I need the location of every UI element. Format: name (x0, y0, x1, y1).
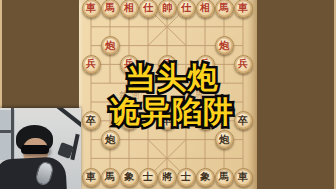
piece-black-rook[interactable]: 車 (234, 168, 253, 187)
piece-red-rook[interactable]: 車 (82, 0, 101, 18)
piece-black-cannon[interactable]: 炮 (215, 130, 234, 149)
webcam-window-frame-vertical (11, 108, 14, 166)
board-intersection (139, 36, 158, 55)
webcam-window-frame-horizontal (0, 130, 14, 133)
board-intersection (234, 149, 253, 168)
board-intersection: 馬 (101, 168, 120, 187)
piece-black-general[interactable]: 將 (158, 168, 177, 187)
board-intersection (82, 36, 101, 55)
board-intersection (196, 149, 215, 168)
board-intersection (196, 36, 215, 55)
board-intersection (158, 36, 177, 55)
piece-red-elephant[interactable]: 相 (196, 0, 215, 18)
video-frame: 楚河 汉界 車馬相仕帥仕相馬車炮炮兵兵兵兵兵卒卒卒卒卒炮炮車馬象士將士象馬車 当… (0, 0, 336, 189)
board-intersection: 相 (120, 0, 139, 17)
board-intersection: 炮 (215, 130, 234, 149)
board-intersection: 象 (120, 168, 139, 187)
mic-arm-upper (55, 108, 81, 128)
board-intersection (177, 17, 196, 36)
piece-black-horse[interactable]: 馬 (215, 168, 234, 187)
board-intersection: 士 (177, 168, 196, 187)
board-intersection: 象 (196, 168, 215, 187)
board-intersection (177, 36, 196, 55)
board-intersection (139, 130, 158, 149)
piece-red-horse[interactable]: 馬 (215, 0, 234, 18)
board-intersection (234, 17, 253, 36)
piece-red-elephant[interactable]: 相 (120, 0, 139, 18)
board-intersection (158, 130, 177, 149)
piece-black-horse[interactable]: 馬 (101, 168, 120, 187)
piece-red-advisor[interactable]: 仕 (177, 0, 196, 18)
piece-red-rook[interactable]: 車 (234, 0, 253, 18)
board-intersection: 馬 (215, 168, 234, 187)
board-intersection (215, 149, 234, 168)
piece-black-rook[interactable]: 車 (82, 168, 101, 187)
piece-black-advisor[interactable]: 士 (139, 168, 158, 187)
piece-red-general[interactable]: 帥 (158, 0, 177, 18)
board-intersection (196, 130, 215, 149)
board-intersection: 仕 (177, 0, 196, 17)
sunglasses (21, 145, 49, 154)
piece-black-elephant[interactable]: 象 (120, 168, 139, 187)
piece-red-cannon[interactable]: 炮 (215, 36, 234, 55)
board-intersection: 馬 (101, 0, 120, 17)
board-intersection (120, 36, 139, 55)
board-intersection (196, 17, 215, 36)
board-intersection: 炮 (215, 36, 234, 55)
board-intersection (82, 149, 101, 168)
board-intersection (139, 17, 158, 36)
piece-red-advisor[interactable]: 仕 (139, 0, 158, 18)
board-intersection: 仕 (139, 0, 158, 17)
board-intersection: 車 (234, 168, 253, 187)
piece-black-cannon[interactable]: 炮 (101, 130, 120, 149)
board-intersection: 炮 (101, 130, 120, 149)
board-intersection (120, 130, 139, 149)
board-intersection (120, 17, 139, 36)
board-intersection (234, 130, 253, 149)
board-intersection: 帥 (158, 0, 177, 17)
piece-red-cannon[interactable]: 炮 (101, 36, 120, 55)
piece-black-advisor[interactable]: 士 (177, 168, 196, 187)
board-intersection: 馬 (215, 0, 234, 17)
board-intersection (158, 17, 177, 36)
board-intersection: 士 (139, 168, 158, 187)
webcam-overlay (0, 108, 81, 189)
board-intersection (158, 149, 177, 168)
board-intersection: 車 (234, 0, 253, 17)
board-intersection (215, 17, 234, 36)
board-intersection (82, 130, 101, 149)
person-body (0, 156, 67, 189)
board-intersection: 車 (82, 0, 101, 17)
title-line-1: 当头炮 (4, 61, 336, 94)
piece-black-elephant[interactable]: 象 (196, 168, 215, 187)
board-intersection: 將 (158, 168, 177, 187)
board-intersection (82, 17, 101, 36)
board-intersection: 車 (82, 168, 101, 187)
board-intersection (139, 149, 158, 168)
board-intersection (101, 17, 120, 36)
board-intersection (120, 149, 139, 168)
board-intersection: 相 (196, 0, 215, 17)
board-intersection (177, 130, 196, 149)
board-intersection: 炮 (101, 36, 120, 55)
board-intersection (101, 149, 120, 168)
board-intersection (234, 36, 253, 55)
piece-red-horse[interactable]: 馬 (101, 0, 120, 18)
board-intersection (177, 149, 196, 168)
